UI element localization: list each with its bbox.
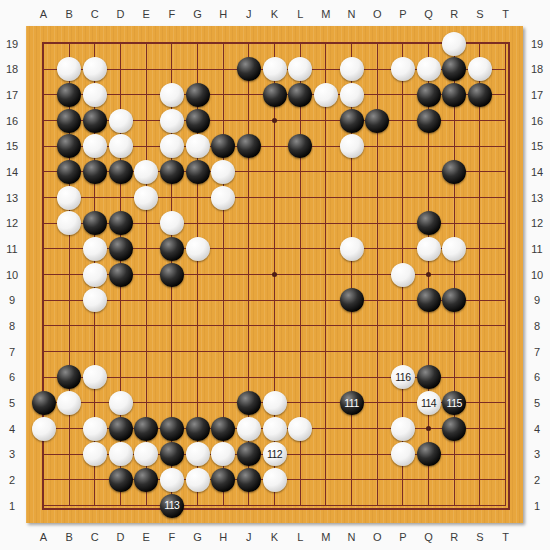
coord-label: S	[471, 530, 489, 544]
stone-white	[83, 288, 107, 312]
stone-black	[160, 237, 184, 261]
coord-label: 6	[3, 370, 21, 384]
coord-label: N	[343, 530, 361, 544]
coord-label: L	[291, 7, 309, 21]
stone-black	[134, 468, 158, 492]
stone-black	[237, 391, 261, 415]
stone-white	[57, 186, 81, 210]
coord-label: 1	[528, 499, 546, 513]
stone-white	[263, 417, 287, 441]
stone-white	[109, 109, 133, 133]
stone-white	[340, 57, 364, 81]
coord-label: 2	[528, 473, 546, 487]
stone-white	[442, 237, 466, 261]
stone-white	[109, 442, 133, 466]
stone-white	[160, 468, 184, 492]
stone-white	[391, 263, 415, 287]
move-number-label: 116	[395, 372, 410, 383]
stone-black	[442, 83, 466, 107]
coord-label: M	[317, 7, 335, 21]
stone-white	[83, 263, 107, 287]
coord-label: O	[368, 7, 386, 21]
coord-label: 15	[528, 139, 546, 153]
coord-label: D	[112, 7, 130, 21]
stone-white	[83, 365, 107, 389]
coord-label: T	[497, 530, 515, 544]
stone-black	[109, 237, 133, 261]
stone-white	[211, 186, 235, 210]
stone-black	[109, 263, 133, 287]
coord-label: C	[86, 7, 104, 21]
stone-white	[340, 134, 364, 158]
coord-label: 5	[528, 396, 546, 410]
stone-black	[160, 160, 184, 184]
coord-label: 17	[3, 88, 21, 102]
coord-label: 13	[528, 191, 546, 205]
coord-label: 6	[528, 370, 546, 384]
coord-label: 19	[528, 37, 546, 51]
stone-black	[417, 109, 441, 133]
stone-white	[160, 211, 184, 235]
stone-black	[468, 83, 492, 107]
stone-white	[417, 57, 441, 81]
stone-white	[186, 134, 210, 158]
stone-black: 115	[442, 391, 466, 415]
stone-white	[160, 83, 184, 107]
coord-label: F	[163, 7, 181, 21]
coord-label: 3	[3, 447, 21, 461]
coord-label: Q	[420, 7, 438, 21]
coord-label: 17	[528, 88, 546, 102]
coord-label: 13	[3, 191, 21, 205]
stone-black	[237, 134, 261, 158]
stone-black	[417, 83, 441, 107]
stone-black	[417, 365, 441, 389]
stone-white	[211, 160, 235, 184]
stone-white	[314, 83, 338, 107]
stone-white	[340, 237, 364, 261]
go-board[interactable]: 116111114115112113	[26, 26, 523, 523]
stone-black: 111	[340, 391, 364, 415]
coord-label: 11	[528, 242, 546, 256]
stone-black	[186, 417, 210, 441]
coord-label: 16	[528, 114, 546, 128]
stone-white	[391, 417, 415, 441]
coord-label: T	[497, 7, 515, 21]
move-number-label: 111	[344, 398, 358, 409]
stone-black	[263, 83, 287, 107]
stone-white	[186, 237, 210, 261]
coord-label: 4	[3, 422, 21, 436]
stone-white: 116	[391, 365, 415, 389]
stone-black	[365, 109, 389, 133]
coord-label: 18	[528, 62, 546, 76]
stone-black	[83, 160, 107, 184]
stone-white: 114	[417, 391, 441, 415]
coord-label: 8	[528, 319, 546, 333]
coord-label: G	[189, 7, 207, 21]
stone-white	[391, 442, 415, 466]
coord-label: 10	[528, 268, 546, 282]
stone-black	[442, 160, 466, 184]
stone-black: 113	[160, 494, 184, 518]
coord-label: 8	[3, 319, 21, 333]
stone-white	[417, 237, 441, 261]
coord-label: 9	[528, 293, 546, 307]
stone-black	[417, 211, 441, 235]
stone-white	[160, 134, 184, 158]
coord-label: 19	[3, 37, 21, 51]
stone-black	[160, 263, 184, 287]
coord-label: 10	[3, 268, 21, 282]
star-point	[272, 272, 277, 277]
stone-black	[57, 83, 81, 107]
stone-black	[83, 211, 107, 235]
coord-label: 16	[3, 114, 21, 128]
stone-white	[160, 109, 184, 133]
stone-black	[211, 468, 235, 492]
coord-label: A	[35, 7, 53, 21]
coord-label: E	[137, 7, 155, 21]
stone-black	[186, 109, 210, 133]
stone-black	[32, 391, 56, 415]
stone-black	[109, 160, 133, 184]
stone-white	[109, 134, 133, 158]
coord-label: C	[86, 530, 104, 544]
stone-black	[83, 109, 107, 133]
move-number-label: 115	[447, 398, 462, 409]
coord-label: 14	[3, 165, 21, 179]
stone-white	[57, 391, 81, 415]
coord-label: P	[394, 530, 412, 544]
go-game-screenshot: 116111114115112113 AABBCCDDEEFFGGHHJJKKL…	[0, 0, 550, 550]
coord-label: L	[291, 530, 309, 544]
coord-label: 12	[3, 216, 21, 230]
move-number-label: 114	[421, 398, 436, 409]
coord-label: 18	[3, 62, 21, 76]
coord-label: R	[445, 530, 463, 544]
stone-white	[83, 237, 107, 261]
stone-black	[186, 83, 210, 107]
stone-white	[134, 186, 158, 210]
coord-label: 7	[3, 345, 21, 359]
coord-label: B	[60, 7, 78, 21]
stone-black	[109, 417, 133, 441]
stone-black	[211, 417, 235, 441]
coord-label: H	[214, 530, 232, 544]
stone-white	[83, 134, 107, 158]
coord-label: M	[317, 530, 335, 544]
stone-black	[186, 160, 210, 184]
stone-white	[288, 417, 312, 441]
stone-white	[109, 391, 133, 415]
stone-white	[263, 391, 287, 415]
move-number-label: 113	[164, 500, 179, 511]
coord-label: F	[163, 530, 181, 544]
star-point	[272, 118, 277, 123]
coord-label: 2	[3, 473, 21, 487]
stone-black	[160, 442, 184, 466]
coord-label: H	[214, 7, 232, 21]
stone-black	[340, 109, 364, 133]
stone-black	[237, 468, 261, 492]
stone-white	[186, 468, 210, 492]
stone-white	[263, 468, 287, 492]
coord-label: 3	[528, 447, 546, 461]
stone-black	[417, 288, 441, 312]
coord-label: G	[189, 530, 207, 544]
coord-label: R	[445, 7, 463, 21]
coord-label: K	[266, 7, 284, 21]
stone-white	[83, 83, 107, 107]
stone-white	[340, 83, 364, 107]
coord-label: J	[240, 7, 258, 21]
coord-label: S	[471, 7, 489, 21]
coord-label: 15	[3, 139, 21, 153]
coord-label: 5	[3, 396, 21, 410]
stone-black	[160, 417, 184, 441]
stone-white	[83, 417, 107, 441]
stone-white	[32, 417, 56, 441]
stone-black	[442, 417, 466, 441]
coord-label: K	[266, 530, 284, 544]
stone-black	[340, 288, 364, 312]
coord-label: P	[394, 7, 412, 21]
coord-label: A	[35, 530, 53, 544]
stone-white	[391, 57, 415, 81]
stone-black	[109, 468, 133, 492]
coord-label: J	[240, 530, 258, 544]
coord-label: O	[368, 530, 386, 544]
coord-label: Q	[420, 530, 438, 544]
stone-black	[237, 442, 261, 466]
stone-white	[83, 57, 107, 81]
stone-black	[57, 160, 81, 184]
coord-label: 14	[528, 165, 546, 179]
coord-label: D	[112, 530, 130, 544]
stone-white	[134, 160, 158, 184]
coord-label: B	[60, 530, 78, 544]
stone-white	[186, 442, 210, 466]
coord-label: 7	[528, 345, 546, 359]
stone-black	[109, 211, 133, 235]
stone-black	[134, 417, 158, 441]
stone-white	[468, 57, 492, 81]
coord-label: 9	[3, 293, 21, 307]
stone-black	[288, 83, 312, 107]
coord-label: 4	[528, 422, 546, 436]
stone-white: 112	[263, 442, 287, 466]
stone-black	[417, 442, 441, 466]
stone-white	[263, 57, 287, 81]
move-number-label: 112	[267, 449, 282, 460]
coord-label: N	[343, 7, 361, 21]
coord-label: 11	[3, 242, 21, 256]
stone-white	[442, 32, 466, 56]
stone-black	[57, 109, 81, 133]
coord-label: 1	[3, 499, 21, 513]
coord-label: E	[137, 530, 155, 544]
stone-white	[237, 417, 261, 441]
coord-label: 12	[528, 216, 546, 230]
stone-white	[83, 442, 107, 466]
stone-black	[237, 57, 261, 81]
